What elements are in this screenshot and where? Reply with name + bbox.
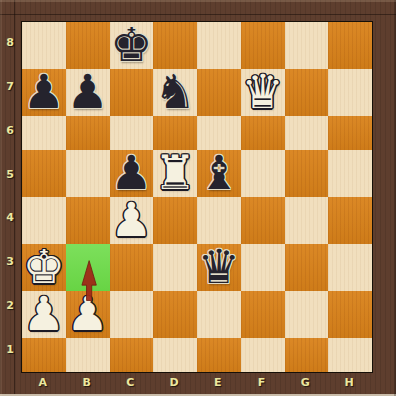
file-label-c: C — [109, 373, 153, 391]
rank-label-4: 4 — [0, 196, 20, 240]
square-f5[interactable] — [241, 150, 285, 197]
square-f6[interactable] — [241, 116, 285, 150]
square-g7[interactable] — [285, 69, 329, 116]
square-a7[interactable]: ♟ — [22, 69, 66, 116]
square-d5[interactable]: ♜ — [153, 150, 197, 197]
square-a3[interactable]: ♚ — [22, 244, 66, 291]
piece-white-pawn-c4[interactable]: ♟ — [110, 196, 152, 243]
piece-black-king-c8[interactable]: ♚ — [110, 21, 152, 68]
square-f2[interactable] — [241, 291, 285, 338]
square-f7[interactable]: ♛ — [241, 69, 285, 116]
square-d2[interactable] — [153, 291, 197, 338]
square-h5[interactable] — [328, 150, 372, 197]
piece-black-pawn-a7[interactable]: ♟ — [23, 68, 65, 115]
square-c4[interactable]: ♟ — [110, 197, 154, 244]
square-e5[interactable]: ♝ — [197, 150, 241, 197]
piece-white-pawn-b2[interactable]: ♟ — [67, 290, 109, 337]
square-b8[interactable] — [66, 22, 110, 69]
square-f8[interactable] — [241, 22, 285, 69]
square-a2[interactable]: ♟ — [22, 291, 66, 338]
piece-white-king-a3[interactable]: ♚ — [23, 243, 65, 290]
rank-label-1: 1 — [0, 327, 20, 371]
square-d8[interactable] — [153, 22, 197, 69]
square-d7[interactable]: ♞ — [153, 69, 197, 116]
square-e7[interactable] — [197, 69, 241, 116]
piece-white-queen-f7[interactable]: ♛ — [242, 68, 284, 115]
square-b2[interactable]: ♟ — [66, 291, 110, 338]
piece-black-pawn-b7[interactable]: ♟ — [67, 68, 109, 115]
square-b7[interactable]: ♟ — [66, 69, 110, 116]
piece-black-pawn-c5[interactable]: ♟ — [110, 149, 152, 196]
square-a1[interactable] — [22, 338, 66, 372]
rank-label-6: 6 — [0, 109, 20, 153]
square-d4[interactable] — [153, 197, 197, 244]
file-label-b: B — [65, 373, 109, 391]
file-label-e: E — [196, 373, 240, 391]
square-g2[interactable] — [285, 291, 329, 338]
board-frame: ♚♟♟♞♛♟♜♝♟♚♛♟♟ 87654321 ABCDEFGH — [0, 0, 396, 396]
square-g1[interactable] — [285, 338, 329, 372]
square-f1[interactable] — [241, 338, 285, 372]
square-c1[interactable] — [110, 338, 154, 372]
piece-white-pawn-a2[interactable]: ♟ — [23, 290, 65, 337]
square-a8[interactable] — [22, 22, 66, 69]
square-b3[interactable] — [66, 244, 110, 291]
square-c7[interactable] — [110, 69, 154, 116]
square-h4[interactable] — [328, 197, 372, 244]
square-b1[interactable] — [66, 338, 110, 372]
file-label-h: H — [327, 373, 371, 391]
piece-black-knight-d7[interactable]: ♞ — [154, 68, 196, 115]
square-h8[interactable] — [328, 22, 372, 69]
square-f4[interactable] — [241, 197, 285, 244]
square-g3[interactable] — [285, 244, 329, 291]
square-b6[interactable] — [66, 116, 110, 150]
piece-white-rook-d5[interactable]: ♜ — [154, 149, 196, 196]
square-c8[interactable]: ♚ — [110, 22, 154, 69]
square-c2[interactable] — [110, 291, 154, 338]
square-e2[interactable] — [197, 291, 241, 338]
square-g8[interactable] — [285, 22, 329, 69]
square-b4[interactable] — [66, 197, 110, 244]
square-e3[interactable]: ♛ — [197, 244, 241, 291]
square-h2[interactable] — [328, 291, 372, 338]
file-label-a: A — [21, 373, 65, 391]
rank-label-5: 5 — [0, 152, 20, 196]
square-h3[interactable] — [328, 244, 372, 291]
square-a4[interactable] — [22, 197, 66, 244]
square-h1[interactable] — [328, 338, 372, 372]
file-label-g: G — [284, 373, 328, 391]
rank-label-2: 2 — [0, 284, 20, 328]
square-a5[interactable] — [22, 150, 66, 197]
square-e1[interactable] — [197, 338, 241, 372]
file-label-d: D — [152, 373, 196, 391]
piece-black-queen-e3[interactable]: ♛ — [198, 243, 240, 290]
square-g4[interactable] — [285, 197, 329, 244]
square-h6[interactable] — [328, 116, 372, 150]
square-c3[interactable] — [110, 244, 154, 291]
rank-label-3: 3 — [0, 240, 20, 284]
square-a6[interactable] — [22, 116, 66, 150]
rank-label-7: 7 — [0, 65, 20, 109]
frame-groove-top — [0, 14, 396, 15]
piece-black-bishop-e5[interactable]: ♝ — [198, 149, 240, 196]
square-g5[interactable] — [285, 150, 329, 197]
square-c5[interactable]: ♟ — [110, 150, 154, 197]
square-e8[interactable] — [197, 22, 241, 69]
rank-label-8: 8 — [0, 21, 20, 65]
square-h7[interactable] — [328, 69, 372, 116]
square-e4[interactable] — [197, 197, 241, 244]
square-f3[interactable] — [241, 244, 285, 291]
square-d1[interactable] — [153, 338, 197, 372]
square-d3[interactable] — [153, 244, 197, 291]
file-label-f: F — [240, 373, 284, 391]
square-b5[interactable] — [66, 150, 110, 197]
chess-board: ♚♟♟♞♛♟♜♝♟♚♛♟♟ — [21, 21, 373, 373]
square-g6[interactable] — [285, 116, 329, 150]
